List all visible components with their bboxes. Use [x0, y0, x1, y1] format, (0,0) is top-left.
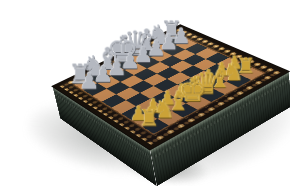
piece-white-pawn[interactable]: ♟: [74, 70, 104, 93]
square[interactable]: [130, 80, 154, 93]
square[interactable]: ♜: [143, 119, 169, 134]
piece-black-rook[interactable]: ♜: [132, 107, 165, 130]
chess-set-photo: ♜♟♟♜♞♟♟♞♝♟♟♝♛♟♟♛♚♟♟♚♝♟♟♝♞♟♟♞♜♟♟♜: [0, 0, 290, 186]
chess-box: ♜♟♟♜♞♟♟♞♝♟♟♝♛♟♟♛♚♟♟♚♝♟♟♝♞♟♟♞♜♟♟♜: [52, 25, 288, 150]
